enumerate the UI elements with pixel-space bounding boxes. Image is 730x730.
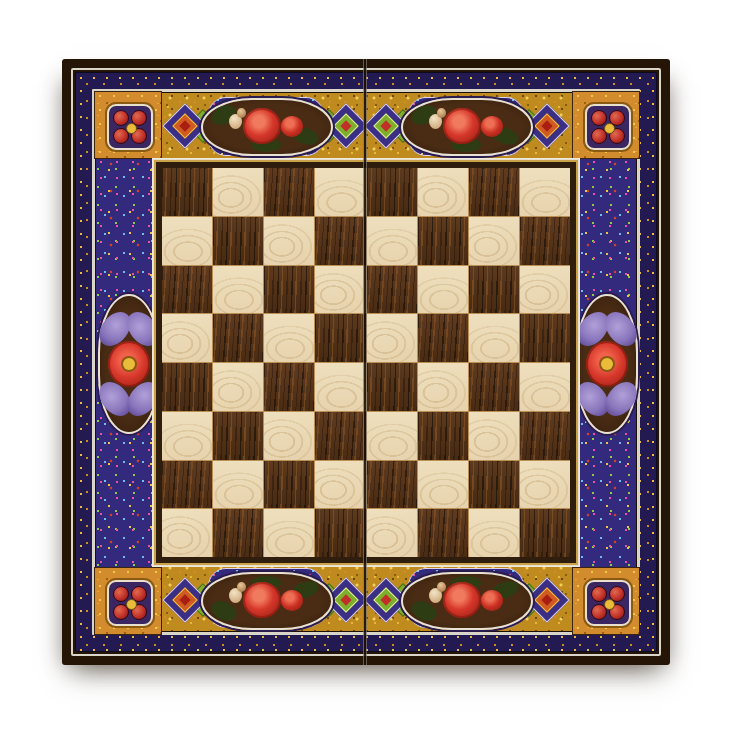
square-h8[interactable] [520, 168, 570, 216]
square-f7[interactable] [418, 217, 468, 265]
square-d3[interactable] [315, 412, 365, 460]
square-c7[interactable] [264, 217, 314, 265]
rose-medallion-bottom-right [401, 572, 533, 630]
square-a6[interactable] [162, 266, 212, 314]
square-f5[interactable] [418, 314, 468, 362]
square-f1[interactable] [418, 509, 468, 557]
fold-seam [363, 59, 367, 665]
flower-medallion-right [576, 294, 638, 434]
square-f4[interactable] [418, 363, 468, 411]
square-h2[interactable] [520, 461, 570, 509]
square-e1[interactable] [367, 509, 417, 557]
square-e4[interactable] [367, 363, 417, 411]
square-b1[interactable] [213, 509, 263, 557]
square-a4[interactable] [162, 363, 212, 411]
square-e5[interactable] [367, 314, 417, 362]
square-d6[interactable] [315, 266, 365, 314]
square-c1[interactable] [264, 509, 314, 557]
square-f6[interactable] [418, 266, 468, 314]
square-e3[interactable] [367, 412, 417, 460]
square-c8[interactable] [264, 168, 314, 216]
square-g6[interactable] [469, 266, 519, 314]
square-a2[interactable] [162, 461, 212, 509]
flower-medallion-left [98, 294, 160, 434]
rose-medallion-bottom-left [201, 572, 333, 630]
square-d8[interactable] [315, 168, 365, 216]
square-f8[interactable] [418, 168, 468, 216]
square-f3[interactable] [418, 412, 468, 460]
square-g3[interactable] [469, 412, 519, 460]
square-d7[interactable] [315, 217, 365, 265]
square-c3[interactable] [264, 412, 314, 460]
square-e6[interactable] [367, 266, 417, 314]
square-g4[interactable] [469, 363, 519, 411]
square-h4[interactable] [520, 363, 570, 411]
square-a1[interactable] [162, 509, 212, 557]
square-b6[interactable] [213, 266, 263, 314]
rose-medallion-top-right [401, 98, 533, 156]
square-d5[interactable] [315, 314, 365, 362]
square-e2[interactable] [367, 461, 417, 509]
square-f2[interactable] [418, 461, 468, 509]
square-g7[interactable] [469, 217, 519, 265]
square-b4[interactable] [213, 363, 263, 411]
square-a8[interactable] [162, 168, 212, 216]
chess-board [62, 59, 670, 665]
corner-medallion-top-left [94, 91, 162, 159]
square-g8[interactable] [469, 168, 519, 216]
corner-medallion-bottom-right [572, 567, 640, 635]
square-d1[interactable] [315, 509, 365, 557]
square-g1[interactable] [469, 509, 519, 557]
square-g2[interactable] [469, 461, 519, 509]
photo-canvas [0, 0, 730, 730]
square-c2[interactable] [264, 461, 314, 509]
square-c5[interactable] [264, 314, 314, 362]
square-b8[interactable] [213, 168, 263, 216]
square-h7[interactable] [520, 217, 570, 265]
square-h6[interactable] [520, 266, 570, 314]
square-a3[interactable] [162, 412, 212, 460]
square-a5[interactable] [162, 314, 212, 362]
square-b5[interactable] [213, 314, 263, 362]
square-d4[interactable] [315, 363, 365, 411]
square-h1[interactable] [520, 509, 570, 557]
square-g5[interactable] [469, 314, 519, 362]
square-h3[interactable] [520, 412, 570, 460]
square-e7[interactable] [367, 217, 417, 265]
rose-medallion-top-left [201, 98, 333, 156]
square-d2[interactable] [315, 461, 365, 509]
corner-medallion-top-right [572, 91, 640, 159]
square-b3[interactable] [213, 412, 263, 460]
corner-medallion-bottom-left [94, 567, 162, 635]
square-e8[interactable] [367, 168, 417, 216]
square-c4[interactable] [264, 363, 314, 411]
square-b7[interactable] [213, 217, 263, 265]
square-a7[interactable] [162, 217, 212, 265]
square-b2[interactable] [213, 461, 263, 509]
square-c6[interactable] [264, 266, 314, 314]
square-h5[interactable] [520, 314, 570, 362]
